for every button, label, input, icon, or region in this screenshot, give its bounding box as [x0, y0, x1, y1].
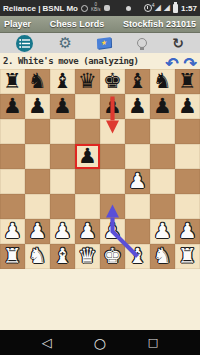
white-piece-d1: ♛: [78, 246, 97, 267]
square-b5[interactable]: [25, 144, 50, 169]
square-a5[interactable]: [0, 144, 25, 169]
move-status-row: 2. White's move (analyzing) ↶ ↷: [0, 53, 200, 69]
signal-icon: 4◢: [155, 4, 161, 12]
black-piece-d8: ♛: [78, 71, 97, 92]
square-g8[interactable]: ♞: [150, 69, 175, 94]
square-g2[interactable]: ♟: [150, 219, 175, 244]
black-piece-b8: ♞: [28, 71, 47, 92]
gear-icon: ⚙: [58, 36, 71, 51]
player-label: Player: [4, 19, 31, 29]
star-icon: ★: [101, 39, 107, 47]
square-d8[interactable]: ♛: [75, 69, 100, 94]
square-f3[interactable]: [125, 194, 150, 219]
black-piece-h7: ♟: [178, 96, 197, 117]
square-c1[interactable]: ♝: [50, 244, 75, 269]
white-piece-h1: ♜: [178, 246, 197, 267]
black-piece-d5: ♟: [78, 146, 97, 167]
square-e4[interactable]: [100, 169, 125, 194]
white-piece-h2: ♟: [178, 221, 197, 242]
black-piece-c8: ♝: [53, 71, 72, 92]
white-piece-c2: ♟: [53, 221, 72, 242]
background-area: [0, 269, 200, 330]
black-piece-g8: ♞: [153, 71, 172, 92]
square-b3[interactable]: [25, 194, 50, 219]
black-piece-a8: ♜: [3, 71, 22, 92]
square-b2[interactable]: ♟: [25, 219, 50, 244]
square-b4[interactable]: [25, 169, 50, 194]
square-a6[interactable]: [0, 119, 25, 144]
hint-button[interactable]: [137, 34, 147, 52]
square-e1[interactable]: ♚: [100, 244, 125, 269]
history-arrows: ↶ ↷: [165, 57, 197, 70]
app-screen: Reliance | BSNL Mo 0 KB/s 4◢ ◢ 1:57 Play…: [0, 0, 200, 355]
clock-time: 1:57: [181, 4, 197, 13]
black-piece-h8: ♜: [178, 71, 197, 92]
back-button[interactable]: ◁: [42, 336, 52, 349]
board-area: ♜♞♝♛♚♝♞♜♟♟♟♟♟♟♟♟♟♟♟♟♟♟♟♟♜♞♝♛♚♝♞♜: [0, 69, 200, 269]
status-bar: Reliance | BSNL Mo 0 KB/s 4◢ ◢ 1:57: [0, 0, 200, 16]
square-d4[interactable]: [75, 169, 100, 194]
square-c2[interactable]: ♟: [50, 219, 75, 244]
black-piece-f7: ♟: [128, 96, 147, 117]
black-piece-f8: ♝: [128, 71, 147, 92]
square-a4[interactable]: [0, 169, 25, 194]
status-bar-left: Reliance | BSNL Mo 0 KB/s: [3, 3, 110, 13]
square-f5[interactable]: [125, 144, 150, 169]
white-piece-b1: ♞: [28, 246, 47, 267]
square-f7[interactable]: ♟: [125, 94, 150, 119]
square-b1[interactable]: ♞: [25, 244, 50, 269]
square-h3[interactable]: [175, 194, 200, 219]
square-b7[interactable]: ♟: [25, 94, 50, 119]
square-f8[interactable]: ♝: [125, 69, 150, 94]
square-f4[interactable]: ♟: [125, 169, 150, 194]
moves-list-button[interactable]: [16, 34, 33, 52]
square-c6[interactable]: [50, 119, 75, 144]
black-piece-c7: ♟: [53, 96, 72, 117]
android-nav-bar: ◁ ○ □: [0, 330, 200, 355]
black-piece-g7: ♟: [153, 96, 172, 117]
net-speed-unit: KB/s: [91, 8, 101, 13]
square-g4[interactable]: [150, 169, 175, 194]
square-g5[interactable]: [150, 144, 175, 169]
square-d3[interactable]: [75, 194, 100, 219]
data-saver-icon: [81, 5, 88, 12]
signal-icon-2: ◢: [164, 4, 170, 12]
alarm-icon: [144, 4, 152, 12]
square-g7[interactable]: ♟: [150, 94, 175, 119]
title-bar: Player Chess Lords Stockfish 231015: [0, 16, 200, 33]
lightbulb-icon: [137, 38, 147, 48]
redo-move-button[interactable]: ↷: [184, 57, 197, 70]
white-piece-c1: ♝: [53, 246, 72, 267]
square-c5[interactable]: [50, 144, 75, 169]
square-e8[interactable]: ♚: [100, 69, 125, 94]
white-piece-d2: ♟: [78, 221, 97, 242]
square-c8[interactable]: ♝: [50, 69, 75, 94]
square-g1[interactable]: ♞: [150, 244, 175, 269]
engine-label: Stockfish 231015: [123, 19, 196, 29]
status-bar-right: 4◢ ◢ 1:57: [126, 4, 197, 13]
square-b8[interactable]: ♞: [25, 69, 50, 94]
list-icon: [16, 35, 33, 52]
flag-button[interactable]: ★: [97, 34, 111, 52]
recents-button[interactable]: □: [148, 337, 158, 348]
square-b6[interactable]: [25, 119, 50, 144]
battery-icon: [173, 4, 178, 13]
toolbar: ⚙ ★ ↻: [0, 33, 200, 53]
square-f6[interactable]: [125, 119, 150, 144]
square-e7[interactable]: ♟: [100, 94, 125, 119]
square-e3[interactable]: [100, 194, 125, 219]
restart-button[interactable]: ↻: [172, 34, 184, 52]
square-h8[interactable]: ♜: [175, 69, 200, 94]
square-h4[interactable]: [175, 169, 200, 194]
black-piece-e7: ♟: [103, 96, 122, 117]
square-d7[interactable]: [75, 94, 100, 119]
white-piece-b2: ♟: [28, 221, 47, 242]
network-speed-icon: 0 KB/s: [91, 3, 101, 13]
move-status-text: 2. White's move (analyzing): [3, 56, 139, 66]
square-d6[interactable]: [75, 119, 100, 144]
home-button[interactable]: ○: [94, 336, 106, 350]
status-dot-icon: [126, 6, 131, 11]
square-h2[interactable]: ♟: [175, 219, 200, 244]
square-d1[interactable]: ♛: [75, 244, 100, 269]
refresh-icon: ↻: [172, 36, 184, 50]
square-h5[interactable]: [175, 144, 200, 169]
square-a8[interactable]: ♜: [0, 69, 25, 94]
square-c4[interactable]: [50, 169, 75, 194]
chess-board: ♜♞♝♛♚♝♞♜♟♟♟♟♟♟♟♟♟♟♟♟♟♟♟♟♜♞♝♛♚♝♞♜: [0, 69, 200, 269]
white-piece-e1: ♚: [103, 246, 122, 267]
square-e6[interactable]: [100, 119, 125, 144]
settings-button[interactable]: ⚙: [58, 34, 71, 52]
square-c7[interactable]: ♟: [50, 94, 75, 119]
square-g6[interactable]: [150, 119, 175, 144]
white-piece-f1: ♝: [128, 246, 147, 267]
square-d5[interactable]: ♟: [75, 144, 100, 169]
square-g3[interactable]: [150, 194, 175, 219]
white-piece-a1: ♜: [3, 246, 22, 267]
white-piece-e2: ♟: [103, 221, 122, 242]
black-piece-b7: ♟: [28, 96, 47, 117]
square-a2[interactable]: ♟: [0, 219, 25, 244]
square-a1[interactable]: ♜: [0, 244, 25, 269]
flag-star-icon: ★: [97, 37, 111, 49]
app-title: Chess Lords: [50, 19, 105, 29]
square-a7[interactable]: ♟: [0, 94, 25, 119]
square-h6[interactable]: [175, 119, 200, 144]
black-piece-a7: ♟: [3, 96, 22, 117]
white-piece-g2: ♟: [153, 221, 172, 242]
carrier-label: Reliance | BSNL Mo: [3, 4, 78, 13]
square-h7[interactable]: ♟: [175, 94, 200, 119]
notification-icon: [104, 5, 110, 11]
square-d2[interactable]: ♟: [75, 219, 100, 244]
square-c3[interactable]: [50, 194, 75, 219]
signal-badge: 4: [152, 1, 155, 9]
undo-move-button[interactable]: ↶: [165, 57, 178, 70]
square-f1[interactable]: ♝: [125, 244, 150, 269]
white-piece-a2: ♟: [3, 221, 22, 242]
square-h1[interactable]: ♜: [175, 244, 200, 269]
white-piece-f4: ♟: [128, 171, 147, 192]
black-piece-e8: ♚: [103, 71, 122, 92]
square-a3[interactable]: [0, 194, 25, 219]
square-e2[interactable]: ♟: [100, 219, 125, 244]
square-e5[interactable]: [100, 144, 125, 169]
square-f2[interactable]: [125, 219, 150, 244]
white-piece-g1: ♞: [153, 246, 172, 267]
